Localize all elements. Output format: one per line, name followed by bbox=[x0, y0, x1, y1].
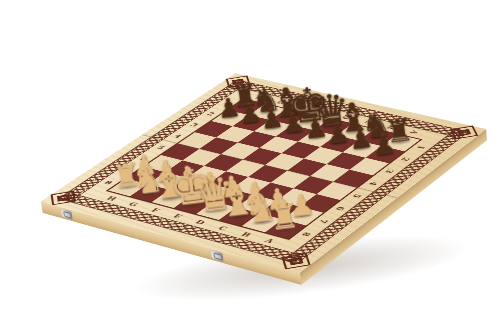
chess-set-photo: HH88GG77FF66EE55DD44CC33BB22AA11 ♜♟♟♜♞♟♟… bbox=[0, 0, 500, 333]
board-perspective-wrapper: HH88GG77FF66EE55DD44CC33BB22AA11 ♜♟♟♜♞♟♟… bbox=[0, 0, 500, 333]
piece-white-rook[interactable]: ♜ bbox=[266, 198, 303, 235]
piece-black-pawn[interactable]: ♟ bbox=[369, 129, 399, 159]
pieces-layer: ♜♟♟♜♞♟♟♞♝♟♟♝♚♟♟♚♛♟♟♛♝♟♟♝♞♟♟♞♜♟♟♜ bbox=[0, 0, 500, 333]
